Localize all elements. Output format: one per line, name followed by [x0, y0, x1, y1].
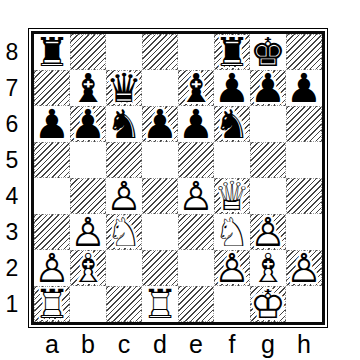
square-h7[interactable]: ♟♟	[286, 70, 322, 106]
board-frame-inner: ♜♜♜♜♚♚♝♝♛♛♝♝♟♟♟♟♟♟♟♟♟♟♞♞♟♟♟♟♞♞♟♙♟♙♛♕♟♙♞♘…	[31, 31, 325, 325]
square-e4[interactable]: ♟♙	[178, 178, 214, 214]
piece-black-pawn[interactable]: ♟♟	[178, 106, 214, 142]
rank-label-5: 5	[0, 142, 24, 178]
square-d6[interactable]: ♟♟	[142, 106, 178, 142]
square-a4[interactable]	[34, 178, 70, 214]
square-h5[interactable]	[286, 142, 322, 178]
file-label-g: g	[250, 330, 286, 358]
piece-white-pawn[interactable]: ♟♙	[178, 178, 214, 214]
file-label-f: f	[214, 330, 250, 358]
rank-label-6: 6	[0, 106, 24, 142]
white-knight-icon: ♘	[106, 214, 142, 250]
square-d8[interactable]	[142, 34, 178, 70]
piece-black-knight[interactable]: ♞♞	[106, 106, 142, 142]
piece-white-knight[interactable]: ♞♘	[106, 214, 142, 250]
square-e2[interactable]	[178, 250, 214, 286]
piece-black-rook[interactable]: ♜♜	[34, 34, 70, 70]
piece-black-pawn[interactable]: ♟♟	[70, 106, 106, 142]
piece-black-pawn[interactable]: ♟♟	[250, 70, 286, 106]
rank-label-8: 8	[0, 34, 24, 70]
white-king-icon: ♔	[250, 286, 286, 322]
piece-black-pawn[interactable]: ♟♟	[286, 70, 322, 106]
square-b6[interactable]: ♟♟	[70, 106, 106, 142]
white-rook-icon: ♖	[142, 286, 178, 322]
square-a1[interactable]: ♜♖	[34, 286, 70, 322]
square-b2[interactable]: ♝♗	[70, 250, 106, 286]
square-h6[interactable]	[286, 106, 322, 142]
white-pawn-icon: ♙	[214, 250, 250, 286]
rank-label-1: 1	[0, 286, 24, 322]
file-label-d: d	[142, 330, 178, 358]
square-g5[interactable]	[250, 142, 286, 178]
black-pawn-icon: ♟	[286, 70, 322, 106]
file-label-a: a	[34, 330, 70, 358]
piece-white-rook[interactable]: ♜♖	[142, 286, 178, 322]
file-label-h: h	[286, 330, 322, 358]
piece-white-rook[interactable]: ♜♖	[34, 286, 70, 322]
black-knight-icon: ♞	[214, 106, 250, 142]
rank-label-4: 4	[0, 178, 24, 214]
black-pawn-icon: ♟	[70, 106, 106, 142]
square-e3[interactable]	[178, 214, 214, 250]
square-e6[interactable]: ♟♟	[178, 106, 214, 142]
chess-diagram: 87654321 ♜♜♜♜♚♚♝♝♛♛♝♝♟♟♟♟♟♟♟♟♟♟♞♞♟♟♟♟♞♞♟…	[0, 0, 360, 360]
square-d1[interactable]: ♜♖	[142, 286, 178, 322]
file-label-c: c	[106, 330, 142, 358]
black-pawn-icon: ♟	[142, 106, 178, 142]
piece-black-pawn[interactable]: ♟♟	[34, 106, 70, 142]
square-d3[interactable]	[142, 214, 178, 250]
rank-labels: 87654321	[0, 34, 24, 322]
square-c6[interactable]: ♞♞	[106, 106, 142, 142]
square-h1[interactable]	[286, 286, 322, 322]
white-pawn-icon: ♙	[178, 178, 214, 214]
square-a8[interactable]: ♜♜	[34, 34, 70, 70]
white-rook-icon: ♖	[34, 286, 70, 322]
square-g1[interactable]: ♚♔	[250, 286, 286, 322]
square-c3[interactable]: ♞♘	[106, 214, 142, 250]
square-a5[interactable]	[34, 142, 70, 178]
square-f2[interactable]: ♟♙	[214, 250, 250, 286]
board-frame-outer: ♜♜♜♜♚♚♝♝♛♛♝♝♟♟♟♟♟♟♟♟♟♟♞♞♟♟♟♟♞♞♟♙♟♙♛♕♟♙♞♘…	[28, 28, 328, 328]
rank-label-2: 2	[0, 250, 24, 286]
file-labels: abcdefgh	[34, 330, 322, 358]
square-d5[interactable]	[142, 142, 178, 178]
black-rook-icon: ♜	[34, 34, 70, 70]
square-a6[interactable]: ♟♟	[34, 106, 70, 142]
square-f6[interactable]: ♞♞	[214, 106, 250, 142]
piece-black-pawn[interactable]: ♟♟	[142, 106, 178, 142]
file-label-e: e	[178, 330, 214, 358]
square-g6[interactable]	[250, 106, 286, 142]
piece-black-knight[interactable]: ♞♞	[214, 106, 250, 142]
square-d4[interactable]	[142, 178, 178, 214]
black-pawn-icon: ♟	[34, 106, 70, 142]
square-h4[interactable]	[286, 178, 322, 214]
square-b1[interactable]	[70, 286, 106, 322]
square-b5[interactable]	[70, 142, 106, 178]
white-pawn-icon: ♙	[286, 250, 322, 286]
square-c2[interactable]	[106, 250, 142, 286]
black-pawn-icon: ♟	[250, 70, 286, 106]
piece-white-pawn[interactable]: ♟♙	[214, 250, 250, 286]
square-c1[interactable]	[106, 286, 142, 322]
rank-label-7: 7	[0, 70, 24, 106]
white-bishop-icon: ♗	[70, 250, 106, 286]
square-h2[interactable]: ♟♙	[286, 250, 322, 286]
black-knight-icon: ♞	[106, 106, 142, 142]
piece-white-pawn[interactable]: ♟♙	[286, 250, 322, 286]
board-grid: ♜♜♜♜♚♚♝♝♛♛♝♝♟♟♟♟♟♟♟♟♟♟♞♞♟♟♟♟♞♞♟♙♟♙♛♕♟♙♞♘…	[34, 34, 322, 322]
rank-label-3: 3	[0, 214, 24, 250]
piece-white-king[interactable]: ♚♔	[250, 286, 286, 322]
black-pawn-icon: ♟	[178, 106, 214, 142]
square-g7[interactable]: ♟♟	[250, 70, 286, 106]
file-label-b: b	[70, 330, 106, 358]
square-f1[interactable]	[214, 286, 250, 322]
square-e1[interactable]	[178, 286, 214, 322]
piece-white-bishop[interactable]: ♝♗	[70, 250, 106, 286]
